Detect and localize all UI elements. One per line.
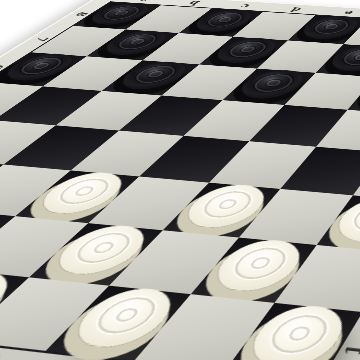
camera-skew-wrapper: abcdefgh abcdefgh 87654321 87654321 [0,0,360,360]
playing-area [0,2,360,360]
board: abcdefgh abcdefgh 87654321 87654321 [0,0,360,360]
board-photo-stage: abcdefgh abcdefgh 87654321 87654321 [0,0,360,360]
